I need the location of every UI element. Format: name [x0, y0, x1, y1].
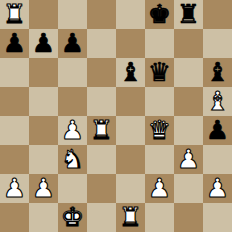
- piece-white-queen[interactable]: ♛: [148, 116, 171, 145]
- square-b8[interactable]: [29, 0, 58, 29]
- piece-white-rook[interactable]: ♜: [3, 0, 26, 29]
- square-a7[interactable]: ♟: [0, 29, 29, 58]
- square-d7[interactable]: [87, 29, 116, 58]
- square-h2[interactable]: ♟: [203, 174, 232, 203]
- square-c5[interactable]: [58, 87, 87, 116]
- square-a2[interactable]: ♟: [0, 174, 29, 203]
- square-e1[interactable]: ♜: [116, 203, 145, 232]
- square-g8[interactable]: ♜: [174, 0, 203, 29]
- square-d3[interactable]: [87, 145, 116, 174]
- square-c2[interactable]: [58, 174, 87, 203]
- square-d4[interactable]: ♜: [87, 116, 116, 145]
- square-f6[interactable]: ♛: [145, 58, 174, 87]
- piece-white-knight[interactable]: ♞: [61, 145, 84, 174]
- square-h7[interactable]: [203, 29, 232, 58]
- square-b7[interactable]: ♟: [29, 29, 58, 58]
- square-a4[interactable]: [0, 116, 29, 145]
- square-f8[interactable]: ♚: [145, 0, 174, 29]
- square-g1[interactable]: [174, 203, 203, 232]
- square-b5[interactable]: [29, 87, 58, 116]
- square-g6[interactable]: [174, 58, 203, 87]
- square-e8[interactable]: [116, 0, 145, 29]
- square-d6[interactable]: [87, 58, 116, 87]
- square-a6[interactable]: [0, 58, 29, 87]
- piece-white-pawn[interactable]: ♟: [177, 145, 200, 174]
- square-g2[interactable]: [174, 174, 203, 203]
- square-b6[interactable]: [29, 58, 58, 87]
- square-g7[interactable]: [174, 29, 203, 58]
- square-a1[interactable]: [0, 203, 29, 232]
- piece-white-rook[interactable]: ♜: [119, 203, 142, 232]
- square-b4[interactable]: [29, 116, 58, 145]
- square-g5[interactable]: [174, 87, 203, 116]
- square-a3[interactable]: [0, 145, 29, 174]
- piece-white-pawn[interactable]: ♟: [3, 174, 26, 203]
- piece-white-pawn[interactable]: ♟: [206, 174, 229, 203]
- square-h3[interactable]: [203, 145, 232, 174]
- piece-white-pawn[interactable]: ♟: [32, 174, 55, 203]
- square-f4[interactable]: ♛: [145, 116, 174, 145]
- square-c8[interactable]: [58, 0, 87, 29]
- square-h8[interactable]: [203, 0, 232, 29]
- square-d5[interactable]: [87, 87, 116, 116]
- piece-white-bishop[interactable]: ♝: [206, 87, 229, 116]
- square-b1[interactable]: [29, 203, 58, 232]
- square-d1[interactable]: [87, 203, 116, 232]
- piece-black-pawn[interactable]: ♟: [61, 29, 84, 58]
- piece-black-pawn[interactable]: ♟: [32, 29, 55, 58]
- piece-black-bishop[interactable]: ♝: [119, 58, 142, 87]
- piece-black-queen[interactable]: ♛: [148, 58, 171, 87]
- square-f1[interactable]: [145, 203, 174, 232]
- square-e6[interactable]: ♝: [116, 58, 145, 87]
- square-d2[interactable]: [87, 174, 116, 203]
- piece-white-rook[interactable]: ♜: [90, 116, 113, 145]
- piece-black-rook[interactable]: ♜: [177, 0, 200, 29]
- square-g4[interactable]: [174, 116, 203, 145]
- square-e3[interactable]: [116, 145, 145, 174]
- piece-white-king[interactable]: ♚: [61, 203, 84, 232]
- square-e4[interactable]: [116, 116, 145, 145]
- square-h6[interactable]: ♝: [203, 58, 232, 87]
- piece-black-pawn[interactable]: ♟: [206, 116, 229, 145]
- square-e2[interactable]: [116, 174, 145, 203]
- square-a8[interactable]: ♜: [0, 0, 29, 29]
- square-g3[interactable]: ♟: [174, 145, 203, 174]
- square-c1[interactable]: ♚: [58, 203, 87, 232]
- piece-white-pawn[interactable]: ♟: [148, 174, 171, 203]
- square-c3[interactable]: ♞: [58, 145, 87, 174]
- piece-black-king[interactable]: ♚: [148, 0, 171, 29]
- piece-white-pawn[interactable]: ♟: [61, 116, 84, 145]
- square-d8[interactable]: [87, 0, 116, 29]
- square-c6[interactable]: [58, 58, 87, 87]
- square-h1[interactable]: [203, 203, 232, 232]
- chess-board: ♜♚♜♟♟♟♝♛♝♝♟♜♛♟♞♟♟♟♟♟♚♜: [0, 0, 232, 232]
- square-c7[interactable]: ♟: [58, 29, 87, 58]
- square-f2[interactable]: ♟: [145, 174, 174, 203]
- square-c4[interactable]: ♟: [58, 116, 87, 145]
- piece-black-bishop[interactable]: ♝: [206, 58, 229, 87]
- piece-black-pawn[interactable]: ♟: [3, 29, 26, 58]
- square-h4[interactable]: ♟: [203, 116, 232, 145]
- square-a5[interactable]: [0, 87, 29, 116]
- square-f7[interactable]: [145, 29, 174, 58]
- square-f3[interactable]: [145, 145, 174, 174]
- square-b2[interactable]: ♟: [29, 174, 58, 203]
- square-h5[interactable]: ♝: [203, 87, 232, 116]
- square-e7[interactable]: [116, 29, 145, 58]
- square-b3[interactable]: [29, 145, 58, 174]
- square-e5[interactable]: [116, 87, 145, 116]
- square-f5[interactable]: [145, 87, 174, 116]
